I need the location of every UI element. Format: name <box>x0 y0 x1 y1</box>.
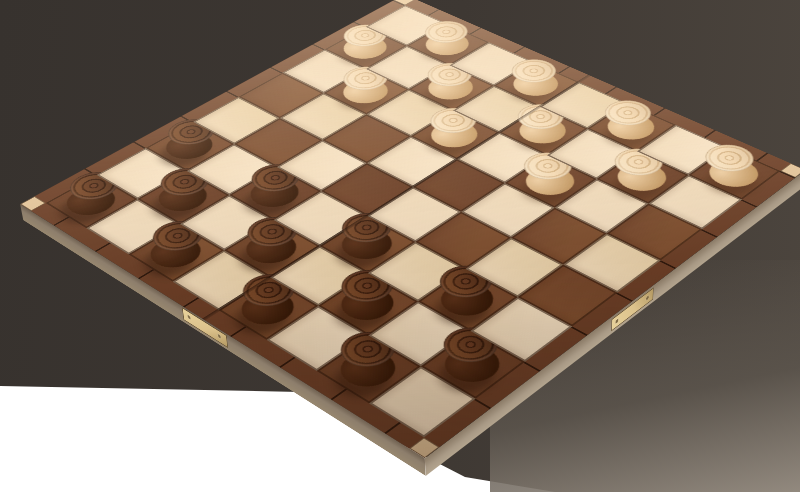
piece-dark-man[interactable] <box>236 227 307 269</box>
dark-piece-side <box>430 277 504 323</box>
checkers-board <box>20 0 800 458</box>
square-r8c3[interactable] <box>470 297 572 362</box>
square-r7c1[interactable] <box>317 335 421 403</box>
square-r5c4[interactable] <box>367 187 461 242</box>
square-r2c1[interactable] <box>86 199 180 254</box>
square-r7c5[interactable] <box>511 208 607 265</box>
frame-near-right-edge <box>409 163 800 458</box>
piece-dark-man[interactable] <box>332 223 403 265</box>
square-r8c4[interactable] <box>518 265 618 327</box>
square-r8c6[interactable] <box>607 204 703 261</box>
screw <box>615 318 618 324</box>
piece-dark-man[interactable] <box>331 281 405 327</box>
dark-piece-side <box>140 231 211 274</box>
square-r7c4[interactable] <box>465 238 563 297</box>
dark-piece-top <box>143 215 213 256</box>
square-r4c2[interactable] <box>224 220 320 277</box>
square-r6c3[interactable] <box>368 242 466 302</box>
piece-dark-man[interactable] <box>430 277 504 323</box>
square-r3c1[interactable] <box>129 224 225 282</box>
board-top-surface <box>20 0 800 458</box>
dark-piece-side <box>434 340 511 390</box>
square-r3c2[interactable] <box>180 195 274 250</box>
square-r4c3[interactable] <box>274 191 368 246</box>
dark-piece-top <box>429 259 502 304</box>
dark-piece-top <box>232 268 305 313</box>
screw <box>646 295 649 300</box>
piece-dark-man[interactable] <box>231 285 305 331</box>
piece-dark-man[interactable] <box>140 231 211 274</box>
square-r6c2[interactable] <box>318 273 418 335</box>
dark-piece-side <box>231 285 305 331</box>
dark-piece-top <box>330 325 406 374</box>
piece-dark-man[interactable] <box>241 174 309 213</box>
piece-dark-man[interactable] <box>434 340 511 390</box>
square-r7c6[interactable] <box>555 179 649 234</box>
square-r8c7[interactable] <box>648 175 742 229</box>
square-r4c1[interactable] <box>173 250 271 310</box>
square-r6c1[interactable] <box>266 306 368 371</box>
board-scene <box>0 0 800 492</box>
dark-piece-side <box>236 227 307 269</box>
square-r5c2[interactable] <box>270 246 368 306</box>
board-perspective-wrap <box>123 0 703 477</box>
dark-piece-side <box>332 223 403 265</box>
square-r5c3[interactable] <box>320 216 416 273</box>
piece-dark-man[interactable] <box>329 344 406 394</box>
dark-piece-top <box>332 207 402 248</box>
square-r8c5[interactable] <box>563 233 661 292</box>
dark-piece-top <box>433 321 509 370</box>
board-grid <box>46 5 781 437</box>
screw <box>218 334 221 339</box>
frame-front-left-edge <box>20 196 439 458</box>
square-r7c3[interactable] <box>418 269 518 331</box>
dark-piece-side <box>331 281 405 327</box>
screw <box>187 315 190 320</box>
square-r7c2[interactable] <box>368 301 470 366</box>
photo-stage <box>0 0 800 492</box>
dark-piece-side <box>329 344 406 394</box>
square-r6c4[interactable] <box>415 212 511 269</box>
dark-piece-top <box>237 211 307 252</box>
square-r6c5[interactable] <box>461 183 555 238</box>
square-r5c1[interactable] <box>219 277 319 339</box>
dark-piece-top <box>331 264 404 309</box>
square-r8c1[interactable] <box>369 366 476 437</box>
square-r8c2[interactable] <box>421 331 525 399</box>
